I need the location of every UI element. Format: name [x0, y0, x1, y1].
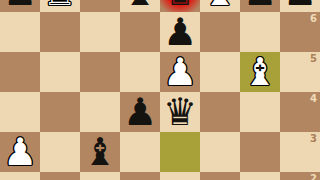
chess-board: ♟♜♝♚♝♟♟♟♟♝♟♛♟♝ 65432 — [0, 0, 320, 180]
square-g6[interactable] — [240, 12, 280, 52]
square-d3[interactable] — [120, 132, 160, 172]
square-a3[interactable]: ♟ — [0, 132, 40, 172]
square-g4[interactable] — [240, 92, 280, 132]
square-b5[interactable] — [40, 52, 80, 92]
square-c4[interactable] — [80, 92, 120, 132]
square-e4[interactable]: ♛ — [160, 92, 200, 132]
square-f2[interactable] — [200, 172, 240, 180]
square-b2[interactable] — [40, 172, 80, 180]
square-a7[interactable]: ♟ — [0, 0, 40, 12]
square-c3[interactable]: ♝ — [80, 132, 120, 172]
square-c2[interactable] — [80, 172, 120, 180]
square-b4[interactable] — [40, 92, 80, 132]
rank-label-6: 6 — [310, 14, 317, 24]
black-king-e7[interactable]: ♚ — [160, 0, 200, 12]
square-d2[interactable] — [120, 172, 160, 180]
white-pawn-a3[interactable]: ♟ — [0, 132, 40, 172]
rank-label-4: 4 — [310, 94, 317, 104]
white-bishop-g5[interactable]: ♝ — [240, 52, 280, 92]
black-pawn-a7[interactable]: ♟ — [0, 0, 40, 12]
black-pawn-e6[interactable]: ♟ — [160, 12, 200, 52]
square-c7[interactable] — [80, 0, 120, 12]
square-b6[interactable] — [40, 12, 80, 52]
square-g5[interactable]: ♝ — [240, 52, 280, 92]
square-a5[interactable] — [0, 52, 40, 92]
square-d5[interactable] — [120, 52, 160, 92]
square-g2[interactable] — [240, 172, 280, 180]
black-queen-e4[interactable]: ♛ — [160, 92, 200, 132]
square-d6[interactable] — [120, 12, 160, 52]
white-pawn-e5[interactable]: ♟ — [160, 52, 200, 92]
square-f3[interactable] — [200, 132, 240, 172]
board-grid: ♟♜♝♚♝♟♟♟♟♝♟♛♟♝ — [0, 0, 320, 180]
white-rook-b7[interactable]: ♜ — [40, 0, 80, 12]
square-c6[interactable] — [80, 12, 120, 52]
square-d7[interactable]: ♝ — [120, 0, 160, 12]
square-f7[interactable]: ♝ — [200, 0, 240, 12]
square-e3[interactable] — [160, 132, 200, 172]
square-g3[interactable] — [240, 132, 280, 172]
black-pawn-d4[interactable]: ♟ — [120, 92, 160, 132]
square-f5[interactable] — [200, 52, 240, 92]
square-f6[interactable] — [200, 12, 240, 52]
rank-label-3: 3 — [310, 134, 317, 144]
square-a4[interactable] — [0, 92, 40, 132]
black-pawn-h7[interactable]: ♟ — [280, 0, 320, 12]
square-a2[interactable] — [0, 172, 40, 180]
square-e5[interactable]: ♟ — [160, 52, 200, 92]
square-e6[interactable]: ♟ — [160, 12, 200, 52]
square-c5[interactable] — [80, 52, 120, 92]
square-d4[interactable]: ♟ — [120, 92, 160, 132]
black-pawn-g7[interactable]: ♟ — [240, 0, 280, 12]
rank-label-5: 5 — [310, 54, 317, 64]
white-bishop-f7[interactable]: ♝ — [200, 0, 240, 12]
square-f4[interactable] — [200, 92, 240, 132]
square-b3[interactable] — [40, 132, 80, 172]
square-b7[interactable]: ♜ — [40, 0, 80, 12]
square-h7[interactable]: ♟ — [280, 0, 320, 12]
rank-label-2: 2 — [310, 174, 317, 180]
square-g7[interactable]: ♟ — [240, 0, 280, 12]
square-e2[interactable] — [160, 172, 200, 180]
black-bishop-c3[interactable]: ♝ — [80, 132, 120, 172]
black-bishop-d7[interactable]: ♝ — [120, 0, 160, 12]
square-e7[interactable]: ♚ — [160, 0, 200, 12]
square-a6[interactable] — [0, 12, 40, 52]
